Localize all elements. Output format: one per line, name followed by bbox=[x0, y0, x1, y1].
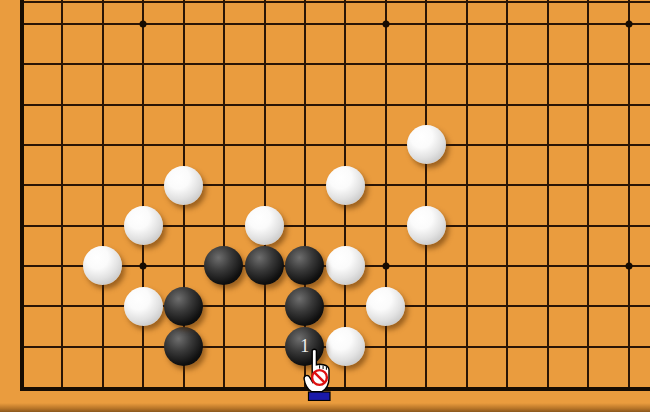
stone-white-J6 bbox=[326, 166, 365, 205]
stone-white-D3 bbox=[124, 287, 163, 326]
stone-white-D5 bbox=[124, 206, 163, 245]
stone-black-H4 bbox=[285, 246, 324, 285]
stone-black-H3 bbox=[285, 287, 324, 326]
stone-white-G5 bbox=[245, 206, 284, 245]
board-top-clipped-line bbox=[20, 1, 650, 3]
stone-black-E3 bbox=[164, 287, 203, 326]
stone-black-E2 bbox=[164, 327, 203, 366]
stone-white-E6 bbox=[164, 166, 203, 205]
cursor-cuff bbox=[309, 392, 331, 401]
go-board-window: 1 bbox=[0, 0, 650, 412]
stone-white-L7 bbox=[407, 125, 446, 164]
stone-white-J4 bbox=[326, 246, 365, 285]
go-board-playing-surface[interactable]: 1 bbox=[2, 4, 649, 407]
hand-no-drop-cursor-icon bbox=[300, 348, 334, 405]
stone-white-C4 bbox=[83, 246, 122, 285]
stone-black-G4 bbox=[245, 246, 284, 285]
stone-white-L5 bbox=[407, 206, 446, 245]
stone-black-F4 bbox=[204, 246, 243, 285]
stone-white-K3 bbox=[366, 287, 405, 326]
